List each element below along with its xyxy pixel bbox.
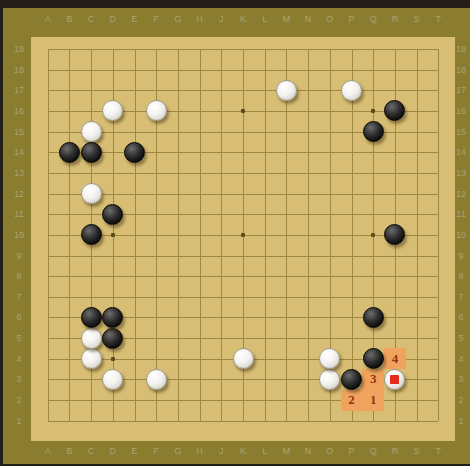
grid-horizontal-line [48,276,439,277]
bottom-coordinate-label: Q [365,446,381,456]
bottom-coordinate-label: E [127,446,143,456]
black-stone-P3 [341,369,362,390]
black-stone-B14 [59,142,80,163]
go-app-screenshot: AABBCCDDEEFFGGHHJJKKLLMMNNOOPPQQRRSSTT19… [0,0,470,466]
star-point [371,233,375,237]
top-coordinate-label: F [148,14,164,24]
left-coordinate-label: 16 [10,106,28,116]
grid-vertical-line [417,49,418,421]
white-stone-F3 [146,369,167,390]
star-point [371,109,375,113]
grid-vertical-line [265,49,266,421]
grid-horizontal-line [48,297,439,298]
top-coordinate-label: L [257,14,273,24]
left-coordinate-label: 6 [10,312,28,322]
bottom-coordinate-label: A [40,446,56,456]
right-coordinate-label: 5 [452,333,470,343]
top-coordinate-label: Q [365,14,381,24]
left-coordinate-label: 11 [10,209,28,219]
black-stone-D5 [102,328,123,349]
black-stone-C10 [81,224,102,245]
bottom-coordinate-label: K [235,446,251,456]
bottom-coordinate-label: G [170,446,186,456]
bottom-coordinate-label: S [409,446,425,456]
left-coordinate-label: 19 [10,44,28,54]
left-coordinate-label: 7 [10,292,28,302]
left-coordinate-label: 9 [10,251,28,261]
bottom-coordinate-label: P [344,446,360,456]
grid-horizontal-line [48,256,439,257]
grid-horizontal-line [48,421,439,422]
black-stone-C6 [81,307,102,328]
highlight-number: 1 [365,393,381,407]
grid-vertical-line [352,49,353,421]
top-coordinate-label: N [300,14,316,24]
bottom-coordinate-label: O [322,446,338,456]
white-stone-C4 [81,348,102,369]
right-coordinate-label: 2 [452,395,470,405]
bottom-coordinate-label: J [213,446,229,456]
bottom-coordinate-label: N [300,446,316,456]
top-coordinate-label: O [322,14,338,24]
left-coordinate-label: 14 [10,147,28,157]
top-coordinate-label: S [409,14,425,24]
left-coordinate-label: 10 [10,230,28,240]
grid-vertical-line [286,49,287,421]
right-coordinate-label: 1 [452,416,470,426]
left-coordinate-label: 3 [10,374,28,384]
top-coordinate-label: D [105,14,121,24]
white-stone-F16 [146,100,167,121]
bottom-coordinate-label: C [83,446,99,456]
white-stone-M17 [276,80,297,101]
bottom-coordinate-label: R [387,446,403,456]
right-coordinate-label: 6 [452,312,470,322]
top-coordinate-label: K [235,14,251,24]
bottom-coordinate-label: D [105,446,121,456]
right-coordinate-label: 16 [452,106,470,116]
top-coordinate-label: B [61,14,77,24]
left-coordinate-label: 1 [10,416,28,426]
top-coordinate-label: P [344,14,360,24]
right-coordinate-label: 4 [452,354,470,364]
left-coordinate-label: 8 [10,271,28,281]
left-coordinate-label: 4 [10,354,28,364]
top-coordinate-label: J [213,14,229,24]
black-stone-D11 [102,204,123,225]
bottom-coordinate-label: T [430,446,446,456]
highlight-number: 3 [365,372,381,386]
right-coordinate-label: 17 [452,85,470,95]
star-point [111,357,115,361]
top-coordinate-label: R [387,14,403,24]
right-coordinate-label: 3 [452,374,470,384]
right-coordinate-label: 8 [452,271,470,281]
black-stone-C14 [81,142,102,163]
right-coordinate-label: 7 [452,292,470,302]
right-coordinate-label: 14 [452,147,470,157]
bottom-coordinate-label: H [192,446,208,456]
left-coordinate-label: 15 [10,127,28,137]
right-coordinate-label: 13 [452,168,470,178]
star-point [241,109,245,113]
white-stone-P17 [341,80,362,101]
top-coordinate-label: H [192,14,208,24]
right-coordinate-label: 9 [452,251,470,261]
right-coordinate-label: 12 [452,189,470,199]
left-coordinate-label: 12 [10,189,28,199]
black-stone-Q4 [363,348,384,369]
left-coordinate-label: 13 [10,168,28,178]
white-stone-C12 [81,183,102,204]
white-stone-C5 [81,328,102,349]
top-coordinate-label: M [278,14,294,24]
star-point [111,233,115,237]
right-coordinate-label: 18 [452,65,470,75]
white-stone-K4 [233,348,254,369]
top-coordinate-label: A [40,14,56,24]
top-coordinate-label: E [127,14,143,24]
top-coordinate-label: T [430,14,446,24]
last-move-marker [390,375,399,384]
left-coordinate-label: 17 [10,85,28,95]
bottom-coordinate-label: F [148,446,164,456]
right-coordinate-label: 11 [452,209,470,219]
left-coordinate-label: 5 [10,333,28,343]
highlight-number: 2 [344,393,360,407]
right-coordinate-label: 19 [452,44,470,54]
top-coordinate-label: G [170,14,186,24]
grid-vertical-line [308,49,309,421]
bottom-coordinate-label: L [257,446,273,456]
grid-vertical-line [438,49,439,421]
highlight-number: 4 [387,352,403,366]
black-stone-Q15 [363,121,384,142]
star-point [241,233,245,237]
right-coordinate-label: 15 [452,127,470,137]
top-coordinate-label: C [83,14,99,24]
left-coordinate-label: 18 [10,65,28,75]
black-stone-E14 [124,142,145,163]
left-coordinate-label: 2 [10,395,28,405]
bottom-coordinate-label: M [278,446,294,456]
white-stone-C15 [81,121,102,142]
right-coordinate-label: 10 [452,230,470,240]
black-stone-Q6 [363,307,384,328]
bottom-coordinate-label: B [61,446,77,456]
